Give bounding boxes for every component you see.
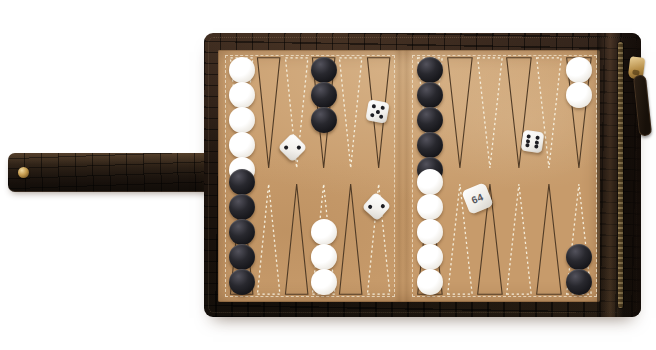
- point-t7[interactable]: [415, 57, 445, 169]
- checker-stack: [229, 169, 255, 295]
- checker-white[interactable]: [311, 244, 337, 270]
- checker-stack: [566, 57, 592, 108]
- point-b14[interactable]: [255, 183, 282, 295]
- die-pip: [525, 143, 530, 148]
- checker-black[interactable]: [311, 82, 337, 108]
- die-white-6[interactable]: [521, 130, 545, 154]
- checker-black[interactable]: [417, 107, 443, 133]
- checker-black[interactable]: [566, 244, 592, 270]
- point-stitching: [504, 183, 534, 295]
- doubling-cube-value: 64: [470, 191, 485, 206]
- point-stitching: [475, 57, 505, 169]
- checker-stack: [566, 244, 592, 295]
- checker-black[interactable]: [229, 244, 255, 270]
- checker-black[interactable]: [229, 194, 255, 220]
- backgammon-case: [204, 33, 641, 317]
- checker-black[interactable]: [417, 82, 443, 108]
- point-stitching: [445, 57, 475, 169]
- checker-white[interactable]: [417, 269, 443, 295]
- die-pip: [526, 134, 531, 139]
- point-stitching: [255, 57, 282, 169]
- die-pip: [379, 115, 384, 120]
- point-stitching: [337, 183, 364, 295]
- die-pip: [375, 109, 380, 114]
- quadrant-bottom-right: [415, 183, 594, 295]
- zipper-teeth: [618, 42, 623, 308]
- die-pip: [381, 203, 387, 209]
- checker-black[interactable]: [417, 132, 443, 158]
- die-pip: [371, 104, 376, 109]
- checker-stack: [229, 57, 255, 183]
- point-t2[interactable]: [255, 57, 282, 169]
- point-b19[interactable]: [415, 183, 445, 295]
- checker-black[interactable]: [311, 57, 337, 83]
- die-white-5[interactable]: [365, 99, 389, 123]
- point-stitching: [255, 183, 282, 295]
- board-right-half: [412, 55, 597, 297]
- die-pip: [381, 105, 386, 110]
- checker-white[interactable]: [311, 219, 337, 245]
- board-left-half: [225, 55, 395, 297]
- quadrant-top-right: [415, 57, 594, 169]
- checker-white[interactable]: [417, 194, 443, 220]
- die-pip: [525, 139, 530, 144]
- point-t4[interactable]: [310, 57, 337, 169]
- checker-black[interactable]: [229, 169, 255, 195]
- checker-white[interactable]: [566, 82, 592, 108]
- checker-stack: [417, 57, 443, 183]
- point-b24[interactable]: [564, 183, 594, 295]
- point-b15[interactable]: [283, 183, 310, 295]
- point-t1[interactable]: [228, 57, 255, 169]
- checker-white[interactable]: [229, 107, 255, 133]
- checker-white[interactable]: [229, 132, 255, 158]
- point-stitching: [283, 183, 310, 295]
- snap-stud-icon[interactable]: [18, 167, 29, 178]
- point-stitching: [337, 57, 364, 169]
- point-b16[interactable]: [310, 183, 337, 295]
- point-t9[interactable]: [475, 57, 505, 169]
- die-pip: [535, 140, 540, 145]
- playing-surface: [218, 50, 600, 302]
- checker-white[interactable]: [417, 219, 443, 245]
- point-b22[interactable]: [504, 183, 534, 295]
- checker-white[interactable]: [229, 57, 255, 83]
- product-photo-stage: 64: [0, 0, 656, 350]
- checker-black[interactable]: [566, 269, 592, 295]
- point-t10[interactable]: [504, 57, 534, 169]
- die-pip: [536, 135, 541, 140]
- point-t12[interactable]: [564, 57, 594, 169]
- checker-black[interactable]: [417, 57, 443, 83]
- checker-black[interactable]: [229, 219, 255, 245]
- checker-black[interactable]: [229, 269, 255, 295]
- point-stitching: [504, 57, 534, 169]
- point-t8[interactable]: [445, 57, 475, 169]
- point-b23[interactable]: [534, 183, 564, 295]
- point-t5[interactable]: [337, 57, 364, 169]
- die-pip: [283, 145, 289, 151]
- die-pip: [297, 145, 303, 151]
- closure-strap: [8, 153, 216, 192]
- point-stitching: [534, 183, 564, 295]
- checker-stack: [311, 57, 337, 133]
- checker-white[interactable]: [229, 82, 255, 108]
- center-fold-bar: [394, 50, 412, 302]
- checker-white[interactable]: [566, 57, 592, 83]
- point-b17[interactable]: [337, 183, 364, 295]
- die-pip: [534, 145, 539, 150]
- die-pip: [370, 113, 375, 118]
- die-pip: [367, 204, 373, 210]
- point-b13[interactable]: [228, 183, 255, 295]
- checker-black[interactable]: [311, 107, 337, 133]
- checker-white[interactable]: [417, 169, 443, 195]
- checker-stack: [417, 169, 443, 295]
- checker-white[interactable]: [311, 269, 337, 295]
- checker-white[interactable]: [417, 244, 443, 270]
- checker-stack: [311, 219, 337, 295]
